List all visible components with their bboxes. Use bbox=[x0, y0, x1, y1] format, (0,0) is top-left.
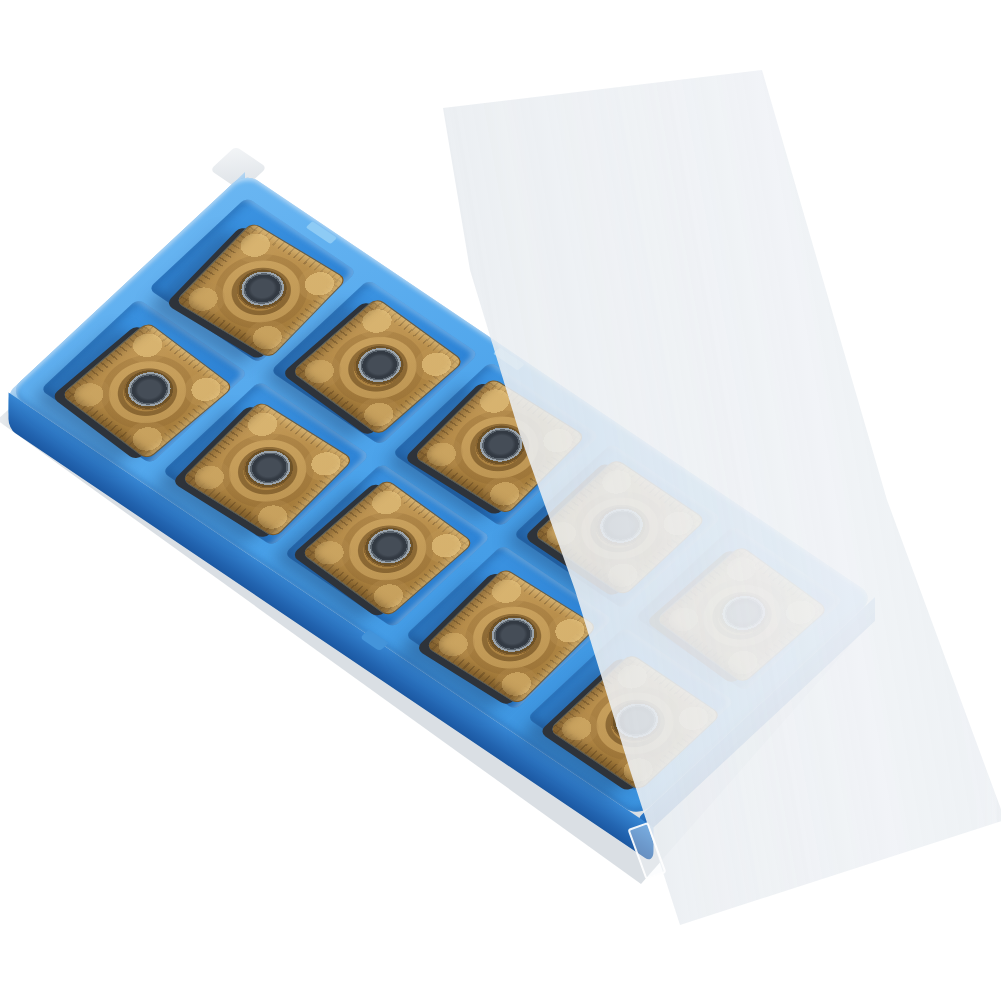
insert-hole bbox=[351, 519, 424, 577]
insert-hole bbox=[225, 262, 297, 320]
product-photo-background bbox=[0, 0, 1001, 1001]
insert-hole bbox=[112, 362, 185, 420]
insert-hole bbox=[475, 607, 547, 665]
insert-hole bbox=[232, 441, 304, 499]
insert-hole bbox=[341, 338, 414, 396]
